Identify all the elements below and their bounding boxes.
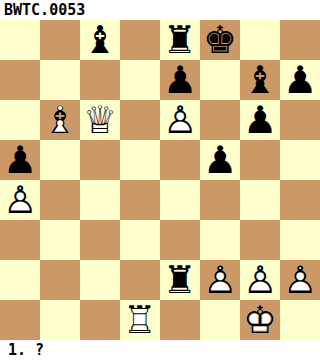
black-pawn-icon: ♟: [283, 60, 317, 100]
square-h7[interactable]: ♟: [280, 60, 320, 100]
move-prompt: 1. ?: [0, 340, 44, 360]
square-b4[interactable]: [40, 180, 80, 220]
white-queen: ♛♕: [80, 100, 120, 140]
black-king-icon: ♚: [203, 20, 237, 60]
square-c2[interactable]: [80, 260, 120, 300]
white-pawn-icon: ♙: [3, 180, 37, 220]
black-pawn-icon: ♟: [3, 140, 37, 180]
square-c7[interactable]: [80, 60, 120, 100]
white-pawn-icon: ♙: [283, 260, 317, 300]
square-f5[interactable]: ♟: [200, 140, 240, 180]
square-f3[interactable]: [200, 220, 240, 260]
black-bishop-icon: ♝: [243, 60, 277, 100]
square-f7[interactable]: [200, 60, 240, 100]
black-bishop-icon: ♝: [83, 20, 117, 60]
square-g4[interactable]: [240, 180, 280, 220]
white-pawn: ♟♙: [240, 260, 280, 300]
square-a6[interactable]: [0, 100, 40, 140]
square-g1[interactable]: ♚♔: [240, 300, 280, 340]
square-c8[interactable]: ♝: [80, 20, 120, 60]
square-b2[interactable]: [40, 260, 80, 300]
white-pawn: ♟♙: [200, 260, 240, 300]
square-f2[interactable]: ♟♙: [200, 260, 240, 300]
square-g2[interactable]: ♟♙: [240, 260, 280, 300]
square-a2[interactable]: [0, 260, 40, 300]
square-a7[interactable]: [0, 60, 40, 100]
white-bishop-icon: ♗: [43, 100, 77, 140]
square-d7[interactable]: [120, 60, 160, 100]
white-pawn: ♟♙: [160, 100, 200, 140]
square-h2[interactable]: ♟♙: [280, 260, 320, 300]
square-e4[interactable]: [160, 180, 200, 220]
square-c3[interactable]: [80, 220, 120, 260]
square-a8[interactable]: [0, 20, 40, 60]
square-b8[interactable]: [40, 20, 80, 60]
square-d6[interactable]: [120, 100, 160, 140]
white-pawn-icon: ♙: [203, 260, 237, 300]
square-e1[interactable]: [160, 300, 200, 340]
square-a5[interactable]: ♟: [0, 140, 40, 180]
puzzle-title: BWTC.0053: [0, 0, 85, 20]
square-f6[interactable]: [200, 100, 240, 140]
chess-puzzle-window: BWTC.0053 ♝♜♚♟♝♟♝♗♛♕♟♙♟♟♟♟♙♜♟♙♟♙♟♙♜♖♚♔ 1…: [0, 0, 320, 360]
square-h3[interactable]: [280, 220, 320, 260]
black-rook-icon: ♜: [163, 20, 197, 60]
square-f1[interactable]: [200, 300, 240, 340]
square-e7[interactable]: ♟: [160, 60, 200, 100]
square-g3[interactable]: [240, 220, 280, 260]
square-h6[interactable]: [280, 100, 320, 140]
square-h8[interactable]: [280, 20, 320, 60]
square-g8[interactable]: [240, 20, 280, 60]
square-c1[interactable]: [80, 300, 120, 340]
square-e8[interactable]: ♜: [160, 20, 200, 60]
square-h4[interactable]: [280, 180, 320, 220]
square-a1[interactable]: [0, 300, 40, 340]
white-queen-icon: ♕: [83, 100, 117, 140]
black-rook-icon: ♜: [163, 260, 197, 300]
square-h1[interactable]: [280, 300, 320, 340]
square-d5[interactable]: [120, 140, 160, 180]
white-bishop: ♝♗: [40, 100, 80, 140]
square-d8[interactable]: [120, 20, 160, 60]
square-g7[interactable]: ♝: [240, 60, 280, 100]
square-b6[interactable]: ♝♗: [40, 100, 80, 140]
square-c4[interactable]: [80, 180, 120, 220]
square-b5[interactable]: [40, 140, 80, 180]
square-d1[interactable]: ♜♖: [120, 300, 160, 340]
white-king: ♚♔: [240, 300, 280, 340]
square-d2[interactable]: [120, 260, 160, 300]
square-b7[interactable]: [40, 60, 80, 100]
chess-board: ♝♜♚♟♝♟♝♗♛♕♟♙♟♟♟♟♙♜♟♙♟♙♟♙♜♖♚♔: [0, 20, 320, 340]
square-b3[interactable]: [40, 220, 80, 260]
white-rook-icon: ♖: [123, 300, 157, 340]
white-pawn-icon: ♙: [163, 100, 197, 140]
square-e6[interactable]: ♟♙: [160, 100, 200, 140]
square-a3[interactable]: [0, 220, 40, 260]
square-h5[interactable]: [280, 140, 320, 180]
black-pawn-icon: ♟: [243, 100, 277, 140]
square-f4[interactable]: [200, 180, 240, 220]
white-pawn: ♟♙: [0, 180, 40, 220]
square-a4[interactable]: ♟♙: [0, 180, 40, 220]
puzzle-footer: 1. ?: [0, 340, 320, 360]
white-pawn: ♟♙: [280, 260, 320, 300]
square-c6[interactable]: ♛♕: [80, 100, 120, 140]
white-king-icon: ♔: [243, 300, 277, 340]
square-e2[interactable]: ♜: [160, 260, 200, 300]
square-d3[interactable]: [120, 220, 160, 260]
black-pawn-icon: ♟: [203, 140, 237, 180]
square-e5[interactable]: [160, 140, 200, 180]
puzzle-header: BWTC.0053: [0, 0, 320, 20]
square-f8[interactable]: ♚: [200, 20, 240, 60]
square-c5[interactable]: [80, 140, 120, 180]
square-b1[interactable]: [40, 300, 80, 340]
square-g6[interactable]: ♟: [240, 100, 280, 140]
square-g5[interactable]: [240, 140, 280, 180]
black-pawn-icon: ♟: [163, 60, 197, 100]
square-d4[interactable]: [120, 180, 160, 220]
white-pawn-icon: ♙: [243, 260, 277, 300]
square-e3[interactable]: [160, 220, 200, 260]
white-rook: ♜♖: [120, 300, 160, 340]
